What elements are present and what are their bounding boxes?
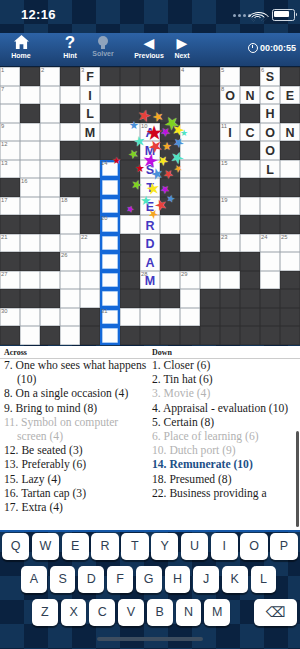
key-r[interactable]: R [91, 533, 118, 560]
grid-cell[interactable] [80, 289, 100, 308]
left-triangle-icon: ◀ [131, 35, 167, 51]
key-p[interactable]: P [270, 533, 297, 560]
grid-cell[interactable] [180, 123, 200, 142]
black-cell [260, 289, 280, 308]
across-clue[interactable]: 17. Extra (4) [4, 501, 150, 515]
key-o[interactable]: O [240, 533, 267, 560]
battery-icon [272, 9, 295, 21]
grid-cell[interactable] [260, 271, 280, 290]
key-h[interactable]: H [165, 566, 191, 593]
key-i[interactable]: I [211, 533, 238, 560]
cell-number: 30 [1, 308, 7, 314]
grid-cell[interactable] [120, 215, 140, 234]
cell-number: 7 [1, 86, 4, 92]
grid-cell[interactable] [220, 178, 240, 197]
grid-cell[interactable] [140, 308, 160, 327]
cell-letter: L [260, 160, 280, 179]
grid-cell[interactable] [60, 271, 80, 290]
key-t[interactable]: T [121, 533, 148, 560]
black-cell [240, 252, 260, 271]
black-cell [20, 67, 40, 86]
cell-letter: M [80, 123, 100, 142]
key-x[interactable]: X [61, 599, 87, 626]
grid-cell[interactable] [40, 123, 60, 142]
key-n[interactable]: N [176, 599, 202, 626]
grid-cell[interactable]: O [260, 123, 280, 142]
across-clue-list: 7. One who sees what happens (10)8. On a… [4, 359, 150, 515]
black-cell [40, 326, 60, 345]
grid-cell[interactable] [180, 215, 200, 234]
key-v[interactable]: V [118, 599, 144, 626]
grid-cell[interactable]: 2 [40, 67, 60, 86]
game-timer: 00:00:55 [248, 41, 296, 53]
grid-cell[interactable]: 9 [0, 123, 20, 142]
home-button[interactable]: Home [6, 35, 36, 59]
key-u[interactable]: U [181, 533, 208, 560]
black-cell [280, 271, 300, 290]
cell-letter: S [260, 67, 280, 86]
down-clue[interactable]: 14. Remunerate (10) [152, 458, 298, 472]
black-cell [80, 141, 100, 160]
cell-letter: I [220, 123, 240, 142]
grid-cell[interactable] [20, 271, 40, 290]
grid-cell[interactable]: 19 [220, 197, 240, 216]
grid-cell[interactable] [160, 308, 180, 327]
grid-cell[interactable] [180, 160, 200, 179]
cell-letter: E [280, 86, 300, 105]
down-clue[interactable]: 1. Closer (6) [152, 359, 298, 373]
grid-cell[interactable] [180, 197, 200, 216]
grid-cell[interactable]: 15 [220, 160, 240, 179]
grid-cell[interactable] [280, 197, 300, 216]
cell-number: 5 [221, 67, 224, 73]
grid-cell[interactable] [20, 160, 40, 179]
black-cell [200, 289, 220, 308]
grid-cell[interactable] [180, 178, 200, 197]
cell-letter: T [140, 178, 160, 197]
down-clue[interactable]: 10. Dutch port (9) [152, 444, 298, 458]
grid-cell[interactable] [180, 104, 200, 123]
cell-number: 4 [181, 67, 184, 73]
grid-cell[interactable]: 25 [280, 234, 300, 253]
down-clue[interactable]: 4. Appraisal - evaluation (10) [152, 402, 298, 416]
black-cell [60, 141, 80, 160]
cell-number: 9 [1, 123, 4, 129]
grid-cell[interactable] [120, 308, 140, 327]
grid-cell[interactable]: T [140, 178, 160, 197]
across-clue[interactable]: 16. Tartan cap (3) [4, 487, 150, 501]
grid-cell[interactable] [40, 197, 60, 216]
cell-number: 2 [41, 67, 44, 73]
black-cell [20, 104, 40, 123]
grid-cell[interactable] [40, 160, 60, 179]
black-cell [160, 160, 180, 179]
grid-cell[interactable] [160, 271, 180, 290]
grid-cell[interactable] [180, 234, 200, 253]
grid-cell[interactable]: 21 [0, 234, 20, 253]
grid-cell[interactable] [20, 141, 40, 160]
black-cell [200, 234, 220, 253]
signal-icon [233, 14, 236, 17]
cell-number: 12 [1, 141, 7, 147]
right-triangle-icon: ▶ [167, 35, 197, 51]
cell-letter: L [80, 104, 100, 123]
grid-cell[interactable]: I [80, 86, 100, 105]
grid-cell[interactable] [160, 86, 180, 105]
across-clue[interactable]: 12. Be seated (3) [4, 444, 150, 458]
black-cell [160, 141, 180, 160]
key-z[interactable]: Z [32, 599, 58, 626]
black-cell [180, 326, 200, 345]
grid-cell[interactable]: 17 [0, 197, 20, 216]
grid-cell[interactable]: E [280, 86, 300, 105]
black-cell [220, 308, 240, 327]
grid-cell[interactable] [60, 123, 80, 142]
key-l[interactable]: L [251, 566, 277, 593]
cell-letter: O [260, 123, 280, 142]
across-clue[interactable]: 15. Lazy (4) [4, 473, 150, 487]
grid-cell[interactable] [220, 215, 240, 234]
cell-letter: S [140, 160, 160, 179]
black-cell [220, 326, 240, 345]
down-clue[interactable]: 5. Certain (8) [152, 416, 298, 430]
black-cell [0, 326, 20, 345]
cell-letter: D [140, 234, 160, 253]
home-icon [6, 35, 36, 51]
across-clue[interactable]: 13. Preferably (6) [4, 458, 150, 472]
grid-cell[interactable] [20, 86, 40, 105]
key-m[interactable]: M [204, 599, 230, 626]
grid-cell[interactable]: 24 [260, 234, 280, 253]
across-clue[interactable]: 11. Symbol on computer screen (4) [4, 416, 150, 444]
black-cell [200, 104, 220, 123]
grid-cell[interactable]: L [260, 160, 280, 179]
grid-cell[interactable] [40, 271, 60, 290]
key-c[interactable]: C [89, 599, 115, 626]
black-cell [140, 289, 160, 308]
cell-number: 24 [261, 234, 267, 240]
grid-cell[interactable] [220, 271, 240, 290]
grid-cell[interactable] [40, 178, 60, 197]
grid-cell[interactable] [60, 326, 80, 345]
signal-icon [243, 14, 246, 17]
grid-cell[interactable] [80, 252, 100, 271]
cell-letter: A [140, 123, 160, 142]
grid-cell[interactable] [40, 141, 60, 160]
down-clue[interactable]: 22. Business providing a [152, 487, 298, 501]
cell-letter: I [80, 86, 100, 105]
grid-cell[interactable] [280, 160, 300, 179]
down-clue[interactable]: 18. Presumed (8) [152, 473, 298, 487]
grid-cell[interactable]: 7 [0, 86, 20, 105]
cell-letter: F [80, 67, 100, 86]
grid-cell[interactable]: 6S [260, 67, 280, 86]
black-cell [200, 197, 220, 216]
black-cell [0, 178, 20, 197]
cell-number: 19 [221, 197, 227, 203]
key-g[interactable]: G [136, 566, 162, 593]
grid-cell[interactable] [180, 86, 200, 105]
question-icon: ? [55, 35, 85, 51]
black-cell [160, 234, 180, 253]
grid-cell[interactable] [260, 252, 280, 271]
signal-icon [238, 14, 241, 17]
black-cell [160, 67, 180, 86]
grid-cell[interactable] [40, 308, 60, 327]
grid-cell[interactable] [160, 215, 180, 234]
grid-cell[interactable] [100, 289, 120, 308]
cell-letter: C [260, 86, 280, 105]
grid-cell[interactable]: 4 [180, 67, 200, 86]
key-e[interactable]: E [62, 533, 89, 560]
black-cell [140, 326, 160, 345]
black-cell [200, 178, 220, 197]
crossword-grid[interactable]: 123F456S7I8ONCELH9M10A11ICON12MO1314S15L… [0, 67, 300, 345]
grid-cell[interactable] [280, 252, 300, 271]
grid-cell[interactable] [260, 197, 280, 216]
key-a[interactable]: A [21, 566, 47, 593]
black-cell [280, 308, 300, 327]
black-cell [80, 215, 100, 234]
cell-number: 26 [61, 252, 67, 258]
cell-number: 21 [1, 234, 7, 240]
home-indicator[interactable] [97, 637, 203, 641]
grid-cell[interactable]: S [140, 160, 160, 179]
black-cell [260, 326, 280, 345]
grid-cell[interactable] [60, 86, 80, 105]
grid-cell[interactable] [220, 141, 240, 160]
across-clue[interactable]: 9. Bring to mind (8) [4, 402, 150, 416]
grid-cell[interactable]: D [140, 234, 160, 253]
black-cell [180, 252, 200, 271]
grid-cell[interactable] [180, 308, 200, 327]
grid-cell[interactable] [180, 289, 200, 308]
grid-cell[interactable]: 16 [20, 178, 40, 197]
black-cell [0, 252, 20, 271]
cell-letter: N [240, 86, 260, 105]
key-d[interactable]: D [78, 566, 104, 593]
grid-cell[interactable] [100, 178, 120, 197]
across-clue[interactable]: 8. On a single occasion (4) [4, 387, 150, 401]
clue-panel: Across Down 7. One who sees what happens… [0, 346, 300, 532]
grid-cell[interactable] [240, 234, 260, 253]
cell-number: 27 [1, 271, 7, 277]
grid-cell[interactable] [60, 234, 80, 253]
black-cell [0, 289, 20, 308]
black-cell [80, 326, 100, 345]
grid-cell[interactable]: 1 [0, 67, 20, 86]
grid-cell[interactable]: C [260, 86, 280, 105]
black-cell [200, 252, 220, 271]
cell-letter: H [260, 104, 280, 123]
grid-cell[interactable]: N [280, 123, 300, 142]
grid-cell[interactable]: 26 [60, 252, 80, 271]
grid-cell[interactable]: 13 [0, 160, 20, 179]
grid-cell[interactable]: 27 [0, 271, 20, 290]
black-cell [160, 289, 180, 308]
grid-cell[interactable]: 23 [220, 234, 240, 253]
grid-cell[interactable] [0, 104, 20, 123]
black-cell [240, 326, 260, 345]
grid-cell[interactable] [40, 234, 60, 253]
cell-number: 18 [61, 197, 67, 203]
black-cell [100, 141, 120, 160]
grid-cell[interactable]: 10A [140, 123, 160, 142]
cell-letter: E [140, 197, 160, 216]
grid-cell[interactable] [100, 326, 120, 345]
cell-number: 17 [1, 197, 7, 203]
cell-letter: O [220, 86, 240, 105]
black-cell [40, 215, 60, 234]
black-cell [80, 197, 100, 216]
grid-cell[interactable] [60, 308, 80, 327]
grid-cell[interactable]: 5 [220, 67, 240, 86]
grid-cell[interactable] [60, 289, 80, 308]
grid-cell[interactable] [240, 160, 260, 179]
grid-cell[interactable] [60, 215, 80, 234]
hint-button[interactable]: ? Hint [55, 35, 85, 59]
grid-cell[interactable]: 20 [100, 215, 120, 234]
grid-cell[interactable] [120, 86, 140, 105]
grid-cell[interactable] [20, 197, 40, 216]
black-cell [280, 67, 300, 86]
black-cell [200, 215, 220, 234]
down-clue[interactable]: 6. Place of learning (6) [152, 430, 298, 444]
black-cell [160, 178, 180, 197]
grid-cell[interactable]: C [240, 123, 260, 142]
grid-cell[interactable] [100, 123, 120, 142]
grid-cell[interactable]: A [140, 252, 160, 271]
grid-cell[interactable] [100, 234, 120, 253]
black-cell [120, 104, 140, 123]
grid-cell[interactable] [200, 271, 220, 290]
black-cell [280, 178, 300, 197]
grid-cell[interactable] [100, 86, 120, 105]
black-cell [240, 289, 260, 308]
black-cell [40, 252, 60, 271]
black-cell [220, 252, 240, 271]
black-cell [80, 178, 100, 197]
key-s[interactable]: S [50, 566, 76, 593]
grid-cell[interactable] [100, 197, 120, 216]
black-cell [280, 215, 300, 234]
previous-button[interactable]: ◀ Previous [131, 35, 167, 59]
black-cell [100, 67, 120, 86]
black-cell [240, 271, 260, 290]
black-cell [20, 252, 40, 271]
cell-number: 23 [221, 234, 227, 240]
grid-cell[interactable] [20, 123, 40, 142]
grid-cell[interactable]: 29 [180, 271, 200, 290]
cell-number: 13 [1, 160, 7, 166]
grid-cell[interactable] [240, 197, 260, 216]
grid-cell[interactable] [140, 86, 160, 105]
grid-cell[interactable] [80, 271, 100, 290]
grid-cell[interactable] [20, 234, 40, 253]
clock-time: 12:16 [21, 7, 56, 22]
key-q[interactable]: Q [2, 533, 29, 560]
grid-cell[interactable]: O [260, 141, 280, 160]
grid-cell[interactable] [40, 86, 60, 105]
key-f[interactable]: F [107, 566, 133, 593]
backspace-key[interactable]: ⌫ [254, 599, 297, 626]
black-cell [100, 104, 120, 123]
grid-cell[interactable]: M [140, 141, 160, 160]
grid-cell[interactable] [220, 104, 240, 123]
black-cell [200, 308, 220, 327]
down-header: Down [152, 348, 172, 357]
grid-cell[interactable] [80, 160, 100, 179]
cell-number: 25 [281, 234, 287, 240]
grid-cell[interactable]: 22 [80, 234, 100, 253]
cell-number: 29 [181, 271, 187, 277]
down-clue[interactable]: 3. Movie (4) [152, 387, 298, 401]
key-j[interactable]: J [193, 566, 219, 593]
cell-letter: O [260, 141, 280, 160]
status-bar: 12:16 [0, 0, 300, 33]
grid-cell[interactable] [180, 141, 200, 160]
black-cell [260, 178, 280, 197]
across-clue[interactable]: 7. One who sees what happens (10) [4, 359, 150, 387]
grid-cell[interactable]: E [140, 197, 160, 216]
solver-button: Solver [86, 35, 120, 57]
cell-letter: M [140, 141, 160, 160]
grid-cell[interactable]: 18 [60, 197, 80, 216]
grid-cell[interactable]: 8O [220, 86, 240, 105]
key-b[interactable]: B [147, 599, 173, 626]
next-button[interactable]: ▶ Next [167, 35, 197, 59]
grid-cell[interactable]: 14 [100, 160, 120, 179]
black-cell [220, 289, 240, 308]
grid-cell[interactable]: 31 [100, 308, 120, 327]
black-cell [120, 234, 140, 253]
black-cell [260, 308, 280, 327]
grid-cell[interactable] [20, 308, 40, 327]
grid-cell[interactable]: 11I [220, 123, 240, 142]
grid-cell[interactable] [20, 326, 40, 345]
grid-cell[interactable] [120, 123, 140, 142]
grid-cell[interactable]: 3F [80, 67, 100, 86]
cell-number: 31 [101, 308, 107, 314]
black-cell [120, 252, 140, 271]
key-w[interactable]: W [32, 533, 59, 560]
grid-cell[interactable] [60, 160, 80, 179]
grid-cell[interactable]: N [240, 86, 260, 105]
key-y[interactable]: Y [151, 533, 178, 560]
grid-cell[interactable]: 30 [0, 308, 20, 327]
grid-cell[interactable]: R [140, 215, 160, 234]
key-k[interactable]: K [222, 566, 248, 593]
grid-cell[interactable]: 28M [140, 271, 160, 290]
toolbar: Home ? Hint Solver ◀ Previous ▶ Next 00:… [0, 33, 300, 67]
down-clue[interactable]: 2. Tin hat (6) [152, 373, 298, 387]
grid-cell[interactable] [100, 271, 120, 290]
black-cell [200, 160, 220, 179]
grid-cell[interactable]: L [80, 104, 100, 123]
app-screen: 12:16 Home ? Hint Solver ◀ Previo [0, 0, 300, 649]
clue-scrollbar[interactable] [296, 431, 299, 527]
grid-cell[interactable] [40, 104, 60, 123]
grid-cell[interactable]: 12 [0, 141, 20, 160]
cell-number: 14 [101, 160, 107, 166]
black-cell [20, 215, 40, 234]
stopwatch-icon [248, 43, 258, 53]
grid-cell[interactable]: M [80, 123, 100, 142]
grid-cell[interactable] [100, 252, 120, 271]
cell-letter: N [280, 123, 300, 142]
black-cell [160, 326, 180, 345]
grid-cell[interactable]: H [260, 104, 280, 123]
